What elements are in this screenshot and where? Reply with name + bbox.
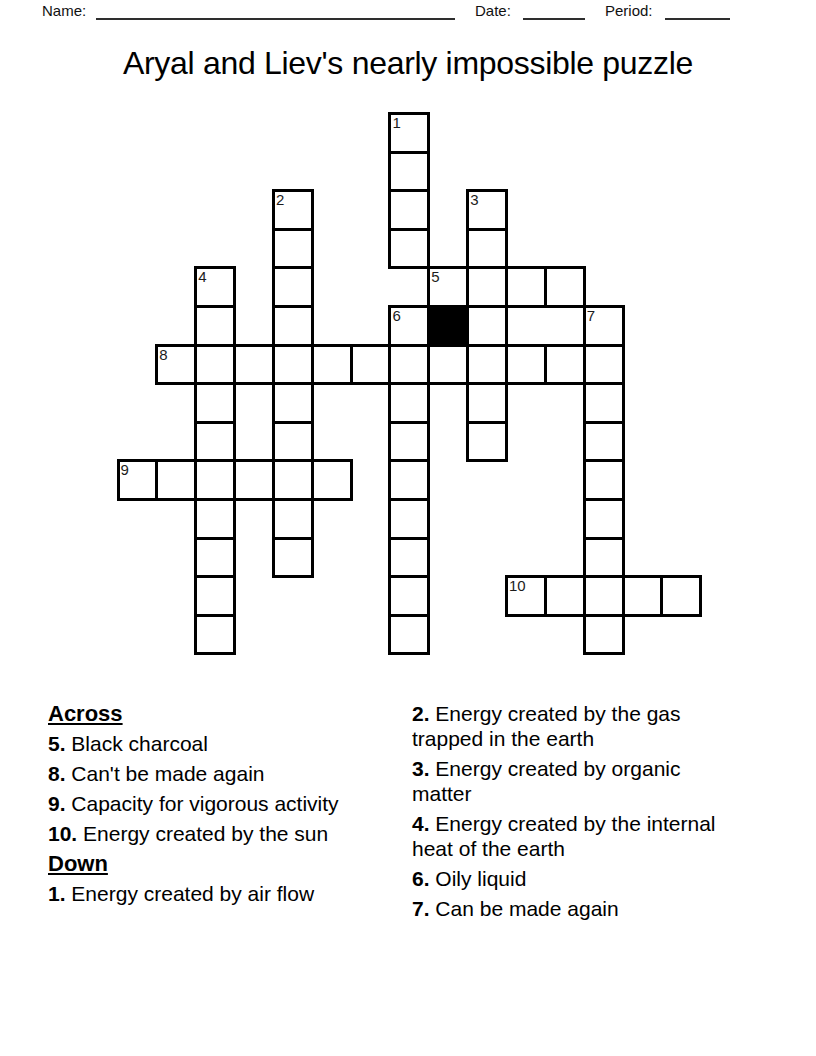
grid-cell[interactable] bbox=[272, 537, 314, 579]
grid-cell[interactable] bbox=[194, 382, 236, 424]
grid-cell[interactable] bbox=[388, 459, 430, 501]
date-label: Date: bbox=[475, 2, 511, 19]
grid-cell[interactable] bbox=[272, 266, 314, 308]
grid-cell[interactable] bbox=[583, 575, 625, 617]
down-heading: Down bbox=[48, 851, 380, 876]
grid-cell[interactable] bbox=[544, 344, 586, 386]
clue-3-down: 3. Energy created by organic matter bbox=[412, 756, 744, 806]
clue-6-down: 6. Oily liquid bbox=[412, 866, 744, 891]
period-label: Period: bbox=[605, 2, 653, 19]
grid-cell[interactable] bbox=[505, 344, 547, 386]
puzzle-title: Aryal and Liev's nearly impossible puzzl… bbox=[0, 45, 816, 82]
clue-9-across: 9. Capacity for vigorous activity bbox=[48, 791, 380, 816]
clue-8-across: 8. Can't be made again bbox=[48, 761, 380, 786]
cell-number-7: 7 bbox=[587, 308, 595, 323]
name-label: Name: bbox=[42, 2, 86, 19]
grid-cell[interactable] bbox=[233, 459, 275, 501]
clue-number: 2. bbox=[412, 702, 430, 725]
grid-cell[interactable] bbox=[194, 537, 236, 579]
grid-cell[interactable] bbox=[583, 459, 625, 501]
grid-cell[interactable] bbox=[194, 421, 236, 463]
cell-number-5: 5 bbox=[431, 269, 439, 284]
grid-cell[interactable] bbox=[272, 228, 314, 270]
cell-number-10: 10 bbox=[509, 578, 526, 593]
grid-cell[interactable] bbox=[660, 575, 702, 617]
grid-cell[interactable] bbox=[622, 575, 664, 617]
grid-cell[interactable] bbox=[583, 537, 625, 579]
grid-cell[interactable] bbox=[272, 498, 314, 540]
grid-cell[interactable] bbox=[583, 382, 625, 424]
grid-cell[interactable] bbox=[388, 575, 430, 617]
clue-number: 3. bbox=[412, 757, 430, 780]
grid-cell[interactable] bbox=[272, 344, 314, 386]
grid-cell[interactable] bbox=[194, 498, 236, 540]
date-blank-line bbox=[523, 3, 585, 20]
grid-cell[interactable] bbox=[466, 382, 508, 424]
grid-cell[interactable] bbox=[194, 575, 236, 617]
clue-7-down: 7. Can be made again bbox=[412, 896, 744, 921]
grid-cell[interactable] bbox=[272, 382, 314, 424]
grid-cell[interactable] bbox=[388, 151, 430, 193]
grid-cell[interactable] bbox=[272, 459, 314, 501]
grid-cell[interactable] bbox=[272, 305, 314, 347]
clue-number: 4. bbox=[412, 812, 430, 835]
cell-number-1: 1 bbox=[392, 115, 400, 130]
cell-number-6: 6 bbox=[392, 308, 400, 323]
period-blank-line bbox=[665, 3, 730, 20]
grid-cell[interactable] bbox=[388, 228, 430, 270]
grid-cell[interactable] bbox=[350, 344, 392, 386]
clue-number: 9. bbox=[48, 792, 66, 815]
grid-cell[interactable] bbox=[194, 305, 236, 347]
grid-cell[interactable] bbox=[388, 421, 430, 463]
clue-number: 1. bbox=[48, 882, 66, 905]
grid-cell[interactable] bbox=[311, 344, 353, 386]
grid-cell[interactable] bbox=[311, 459, 353, 501]
grid-cell[interactable] bbox=[505, 266, 547, 308]
clues-left-column: Across5. Black charcoal8. Can't be made … bbox=[48, 701, 380, 911]
grid-cell[interactable] bbox=[388, 498, 430, 540]
name-blank-line bbox=[96, 3, 455, 20]
clue-number: 8. bbox=[48, 762, 66, 785]
grid-cell[interactable] bbox=[466, 305, 508, 347]
cell-number-2: 2 bbox=[276, 192, 284, 207]
cell-number-8: 8 bbox=[159, 347, 167, 362]
grid-cell[interactable] bbox=[544, 575, 586, 617]
enclosed-empty-space bbox=[505, 305, 586, 347]
grid-cell[interactable] bbox=[388, 189, 430, 231]
blocked-cell bbox=[427, 305, 469, 347]
cell-number-9: 9 bbox=[121, 462, 129, 477]
grid-cell[interactable] bbox=[466, 266, 508, 308]
grid-cell[interactable] bbox=[427, 344, 469, 386]
clues-right-column: 2. Energy created by the gas trapped in … bbox=[412, 701, 744, 926]
grid-cell[interactable] bbox=[194, 459, 236, 501]
clue-10-across: 10. Energy created by the sun bbox=[48, 821, 380, 846]
grid-cell[interactable] bbox=[466, 228, 508, 270]
clue-1-down: 1. Energy created by air flow bbox=[48, 881, 380, 906]
grid-cell[interactable] bbox=[233, 344, 275, 386]
clue-number: 6. bbox=[412, 867, 430, 890]
across-heading: Across bbox=[48, 701, 380, 726]
clue-2-down: 2. Energy created by the gas trapped in … bbox=[412, 701, 744, 751]
grid-cell[interactable] bbox=[466, 421, 508, 463]
clue-number: 5. bbox=[48, 732, 66, 755]
grid-cell[interactable] bbox=[388, 537, 430, 579]
grid-cell[interactable] bbox=[194, 614, 236, 656]
grid-cell[interactable] bbox=[272, 421, 314, 463]
grid-cell[interactable] bbox=[583, 344, 625, 386]
cell-number-4: 4 bbox=[198, 269, 206, 284]
cell-number-3: 3 bbox=[470, 192, 478, 207]
grid-cell[interactable] bbox=[583, 614, 625, 656]
clue-number: 10. bbox=[48, 822, 77, 845]
clue-number: 7. bbox=[412, 897, 430, 920]
clue-4-down: 4. Energy created by the internal heat o… bbox=[412, 811, 744, 861]
grid-cell[interactable] bbox=[388, 614, 430, 656]
grid-cell[interactable] bbox=[155, 459, 197, 501]
grid-cell[interactable] bbox=[583, 421, 625, 463]
worksheet-page: Name: Date: Period: Aryal and Liev's nea… bbox=[0, 0, 816, 1056]
grid-cell[interactable] bbox=[388, 382, 430, 424]
grid-cell[interactable] bbox=[194, 344, 236, 386]
crossword-grid: 12345678910 bbox=[117, 112, 703, 656]
clue-5-across: 5. Black charcoal bbox=[48, 731, 380, 756]
grid-cell[interactable] bbox=[544, 266, 586, 308]
grid-cell[interactable] bbox=[388, 344, 430, 386]
grid-cell[interactable] bbox=[466, 344, 508, 386]
grid-cell[interactable] bbox=[583, 498, 625, 540]
